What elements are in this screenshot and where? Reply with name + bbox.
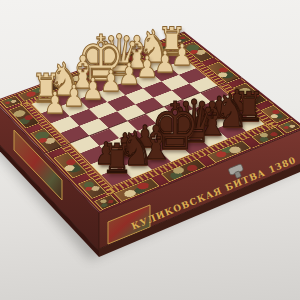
piece-white-pawn: ♟: [44, 88, 67, 118]
piece-black-rook: ♜: [101, 139, 132, 180]
photo-scene: { "game": "chess", "scene": { "descripti…: [0, 0, 300, 300]
